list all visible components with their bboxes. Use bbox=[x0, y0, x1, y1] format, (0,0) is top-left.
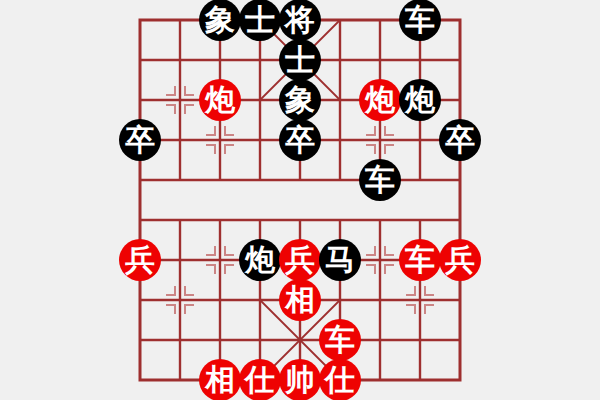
black-horse[interactable]: 马 bbox=[319, 239, 361, 281]
red-advisor[interactable]: 仕 bbox=[319, 359, 361, 400]
xiangqi-board-area: 象士将车士炮象炮炮卒卒卒车兵炮兵马车兵相车相仕帅仕 bbox=[0, 0, 600, 400]
red-soldier[interactable]: 兵 bbox=[439, 239, 481, 281]
red-cannon[interactable]: 炮 bbox=[199, 79, 241, 121]
black-soldier[interactable]: 卒 bbox=[119, 119, 161, 161]
black-elephant[interactable]: 象 bbox=[199, 0, 241, 41]
black-cannon[interactable]: 炮 bbox=[239, 239, 281, 281]
black-cannon[interactable]: 炮 bbox=[399, 79, 441, 121]
red-general[interactable]: 帅 bbox=[279, 359, 321, 400]
black-elephant[interactable]: 象 bbox=[279, 79, 321, 121]
red-soldier[interactable]: 兵 bbox=[279, 239, 321, 281]
black-chariot[interactable]: 车 bbox=[359, 159, 401, 201]
red-elephant[interactable]: 相 bbox=[279, 279, 321, 321]
pieces-layer: 象士将车士炮象炮炮卒卒卒车兵炮兵马车兵相车相仕帅仕 bbox=[0, 0, 600, 400]
black-chariot[interactable]: 车 bbox=[399, 0, 441, 41]
black-soldier[interactable]: 卒 bbox=[439, 119, 481, 161]
black-general[interactable]: 将 bbox=[279, 0, 321, 41]
red-soldier[interactable]: 兵 bbox=[119, 239, 161, 281]
red-chariot[interactable]: 车 bbox=[399, 239, 441, 281]
black-advisor[interactable]: 士 bbox=[239, 0, 281, 41]
black-soldier[interactable]: 卒 bbox=[279, 119, 321, 161]
black-advisor[interactable]: 士 bbox=[279, 39, 321, 81]
red-elephant[interactable]: 相 bbox=[199, 359, 241, 400]
red-cannon[interactable]: 炮 bbox=[359, 79, 401, 121]
red-chariot[interactable]: 车 bbox=[319, 319, 361, 361]
red-advisor[interactable]: 仕 bbox=[239, 359, 281, 400]
